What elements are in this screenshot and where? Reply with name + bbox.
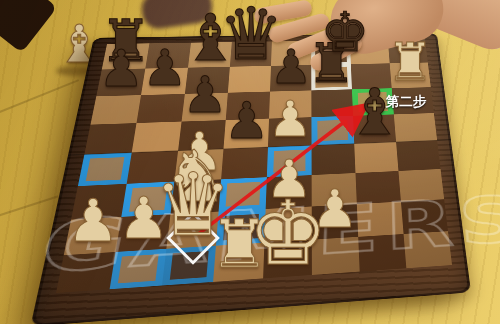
piece-bp-e7[interactable]: ♟ [270,44,312,91]
square-a4[interactable] [78,153,132,187]
square-h2[interactable] [401,199,448,234]
held-piece-black-king[interactable]: ♚ [321,6,369,60]
square-h3[interactable] [398,169,444,202]
background-object-dark-corner [0,0,57,53]
piece-wr-d1[interactable]: ♜ [210,211,270,277]
piece-bp-a7[interactable]: ♟ [98,45,143,96]
move-annotation: 第二步 [386,93,427,111]
square-a5[interactable] [84,123,136,154]
square-g3[interactable] [355,171,400,204]
game-scene: GAMERSKY ♜♝♛♟♟♟♜♜♟♟♟♝♟♞♟♟♟♛♟♜♚♚ ♝ 第二步 [0,0,500,324]
square-a1[interactable] [56,252,116,293]
piece-bp-b7[interactable]: ♟ [143,44,188,94]
piece-bp-c6[interactable]: ♟ [183,70,228,120]
table-plank-seam [0,79,79,115]
square-h1[interactable] [404,231,452,268]
piece-bb-c8[interactable]: ♝ [182,6,239,70]
piece-wp-b2[interactable]: ♟ [118,189,169,246]
piece-wp-e5[interactable]: ♟ [268,95,312,144]
piece-bb-g5[interactable]: ♝ [346,80,403,144]
piece-wp-a2[interactable]: ♟ [67,191,120,250]
square-b1[interactable] [110,249,167,289]
square-a6[interactable] [90,95,141,125]
square-b6[interactable] [136,94,184,123]
piece-bp-d5[interactable]: ♟ [224,96,269,146]
square-g1[interactable] [358,234,406,272]
square-h4[interactable] [396,140,440,171]
square-g2[interactable] [357,202,404,237]
table-plank-seam [0,195,59,219]
